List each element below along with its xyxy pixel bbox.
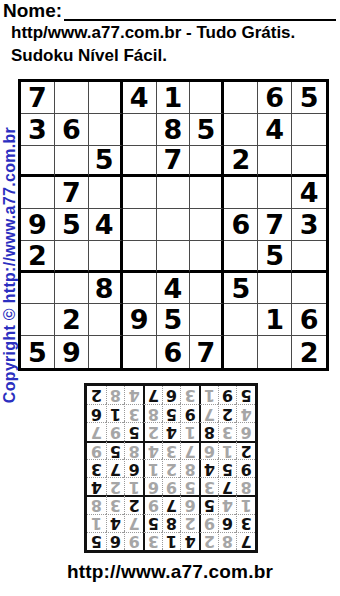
puzzle-cell-r1c4[interactable]: 4 xyxy=(123,82,157,114)
puzzle-cell-r2c7[interactable] xyxy=(224,114,258,146)
solution-cell-r9c8: 8 xyxy=(106,386,125,404)
solution-cell-r3c7: 2 xyxy=(124,495,143,513)
puzzle-cell-r2c1[interactable]: 3 xyxy=(21,114,55,146)
solution-cell-r8c6: 8 xyxy=(143,404,162,422)
puzzle-cell-r5c1[interactable]: 9 xyxy=(21,209,55,241)
solution-cell-r2c4: 2 xyxy=(180,514,199,532)
puzzle-cell-r6c9[interactable] xyxy=(292,241,326,273)
solution-cell-r1c5: 1 xyxy=(162,532,181,550)
solution-cell-r4c8: 2 xyxy=(106,477,125,495)
puzzle-cell-r1c5[interactable]: 1 xyxy=(157,82,191,114)
puzzle-cell-r7c5[interactable]: 4 xyxy=(157,273,191,305)
solution-cell-r7c9: 7 xyxy=(87,422,106,440)
solution-cell-r6c3: 6 xyxy=(199,441,218,459)
puzzle-cell-r9c1[interactable]: 5 xyxy=(21,336,55,368)
puzzle-cell-r3c8[interactable] xyxy=(258,146,292,178)
solution-cell-r2c9: 1 xyxy=(87,514,106,532)
puzzle-cell-r3c4[interactable] xyxy=(123,146,157,178)
solution-cell-r4c2: 7 xyxy=(218,477,237,495)
puzzle-cell-r2c9[interactable] xyxy=(292,114,326,146)
solution-cell-r7c3: 8 xyxy=(199,422,218,440)
puzzle-cell-r1c1[interactable]: 7 xyxy=(21,82,55,114)
footer-url: http://www.a77.com.br xyxy=(0,561,340,583)
solution-cell-r6c4: 7 xyxy=(180,441,199,459)
puzzle-cell-r1c8[interactable]: 6 xyxy=(258,82,292,114)
puzzle-cell-r2c6[interactable]: 5 xyxy=(190,114,224,146)
solution-cell-r3c4: 6 xyxy=(180,495,199,513)
solution-cell-r5c1: 9 xyxy=(236,459,255,477)
puzzle-cell-r7c1[interactable] xyxy=(21,273,55,305)
puzzle-cell-r5c5[interactable] xyxy=(157,209,191,241)
puzzle-cell-r8c6[interactable] xyxy=(190,304,224,336)
solution-cell-r5c4: 8 xyxy=(180,459,199,477)
puzzle-cell-r2c4[interactable] xyxy=(123,114,157,146)
puzzle-cell-r5c7[interactable]: 6 xyxy=(224,209,258,241)
solution-cell-r3c6: 9 xyxy=(143,495,162,513)
solution-cell-r1c4: 4 xyxy=(180,532,199,550)
solution-cell-r5c2: 5 xyxy=(218,459,237,477)
puzzle-cell-r6c5[interactable] xyxy=(157,241,191,273)
solution-cell-r9c1: 5 xyxy=(236,386,255,404)
puzzle-cell-r8c1[interactable] xyxy=(21,304,55,336)
puzzle-cell-r8c4[interactable]: 9 xyxy=(123,304,157,336)
puzzle-cell-r9c5[interactable]: 6 xyxy=(157,336,191,368)
name-fill-in-line xyxy=(64,2,336,21)
solution-cell-r8c3: 7 xyxy=(199,404,218,422)
puzzle-cell-r5c2[interactable]: 5 xyxy=(55,209,89,241)
puzzle-cell-r6c2[interactable] xyxy=(55,241,89,273)
solution-cell-r8c4: 9 xyxy=(180,404,199,422)
puzzle-cell-r3c6[interactable] xyxy=(190,146,224,178)
puzzle-cell-r1c9[interactable]: 5 xyxy=(292,82,326,114)
puzzle-cell-r5c8[interactable]: 7 xyxy=(258,209,292,241)
solution-cell-r9c2: 9 xyxy=(218,386,237,404)
sudoku-solution-grid-inverted: 7824139653692857411456792388735961249548… xyxy=(84,383,258,553)
puzzle-cell-r1c3[interactable] xyxy=(89,82,123,114)
puzzle-cell-r8c8[interactable]: 1 xyxy=(258,304,292,336)
solution-cell-r3c3: 5 xyxy=(199,495,218,513)
solution-cell-r1c8: 6 xyxy=(106,532,125,550)
site-header-url: http/www.a77.com.br - Tudo Grátis. xyxy=(11,23,295,43)
puzzle-cell-r7c3[interactable]: 8 xyxy=(89,273,123,305)
puzzle-cell-r4c2[interactable]: 7 xyxy=(55,177,89,209)
puzzle-cell-r9c4[interactable] xyxy=(123,336,157,368)
solution-cell-r4c4: 5 xyxy=(180,477,199,495)
puzzle-cell-r4c6[interactable] xyxy=(190,177,224,209)
puzzle-cell-r6c8[interactable]: 5 xyxy=(258,241,292,273)
solution-cell-r3c5: 7 xyxy=(162,495,181,513)
solution-cell-r2c7: 7 xyxy=(124,514,143,532)
name-row: Nome: xyxy=(3,0,336,21)
solution-cell-r4c9: 4 xyxy=(87,477,106,495)
puzzle-cell-r8c9[interactable]: 6 xyxy=(292,304,326,336)
puzzle-cell-r8c7[interactable] xyxy=(224,304,258,336)
puzzle-cell-r2c8[interactable]: 4 xyxy=(258,114,292,146)
solution-cell-r5c7: 6 xyxy=(124,459,143,477)
solution-cell-r9c4: 3 xyxy=(180,386,199,404)
solution-cell-r4c5: 9 xyxy=(162,477,181,495)
solution-cell-r1c6: 3 xyxy=(143,532,162,550)
solution-cell-r3c1: 1 xyxy=(236,495,255,513)
solution-cell-r1c1: 7 xyxy=(236,532,255,550)
puzzle-cell-r2c3[interactable] xyxy=(89,114,123,146)
puzzle-cell-r3c2[interactable] xyxy=(55,146,89,178)
solution-cell-r2c8: 4 xyxy=(106,514,125,532)
solution-cell-r1c2: 8 xyxy=(218,532,237,550)
puzzle-cell-r7c8[interactable] xyxy=(258,273,292,305)
puzzle-cell-r9c2[interactable]: 9 xyxy=(55,336,89,368)
solution-cell-r9c5: 6 xyxy=(162,386,181,404)
puzzle-cell-r1c7[interactable] xyxy=(224,82,258,114)
puzzle-cell-r6c1[interactable]: 2 xyxy=(21,241,55,273)
puzzle-cell-r3c1[interactable] xyxy=(21,146,55,178)
puzzle-level-title: Sudoku Nível Fácil. xyxy=(11,46,167,66)
solution-cell-r4c7: 1 xyxy=(124,477,143,495)
puzzle-cell-r6c4[interactable] xyxy=(123,241,157,273)
puzzle-cell-r5c6[interactable] xyxy=(190,209,224,241)
solution-cell-r5c8: 7 xyxy=(106,459,125,477)
puzzle-cell-r9c3[interactable] xyxy=(89,336,123,368)
solution-cell-r7c5: 4 xyxy=(162,422,181,440)
puzzle-cell-r9c6[interactable]: 7 xyxy=(190,336,224,368)
puzzle-cell-r8c5[interactable]: 5 xyxy=(157,304,191,336)
solution-cell-r6c2: 1 xyxy=(218,441,237,459)
puzzle-cell-r4c8[interactable] xyxy=(258,177,292,209)
solution-cell-r8c9: 6 xyxy=(87,404,106,422)
solution-cell-r7c6: 2 xyxy=(143,422,162,440)
solution-cell-r3c9: 8 xyxy=(87,495,106,513)
solution-cell-r8c7: 3 xyxy=(124,404,143,422)
puzzle-cell-r7c4[interactable] xyxy=(123,273,157,305)
puzzle-cell-r5c4[interactable] xyxy=(123,209,157,241)
sudoku-puzzle-grid: 741653685457274954673258452951659672 xyxy=(18,79,329,371)
solution-cell-r4c6: 6 xyxy=(143,477,162,495)
solution-cell-r4c1: 8 xyxy=(236,477,255,495)
puzzle-cell-r4c4[interactable] xyxy=(123,177,157,209)
solution-cell-r1c9: 5 xyxy=(87,532,106,550)
solution-cell-r6c8: 5 xyxy=(106,441,125,459)
solution-cell-r5c5: 2 xyxy=(162,459,181,477)
name-label: Nome: xyxy=(3,0,62,21)
puzzle-cell-r9c7[interactable] xyxy=(224,336,258,368)
puzzle-cell-r1c2[interactable] xyxy=(55,82,89,114)
solution-cell-r7c2: 3 xyxy=(218,422,237,440)
solution-cell-r1c3: 2 xyxy=(199,532,218,550)
solution-cell-r4c3: 3 xyxy=(199,477,218,495)
solution-cell-r2c3: 9 xyxy=(199,514,218,532)
solution-cell-r8c1: 4 xyxy=(236,404,255,422)
puzzle-cell-r9c9[interactable]: 2 xyxy=(292,336,326,368)
solution-cell-r7c1: 6 xyxy=(236,422,255,440)
solution-cell-r5c3: 4 xyxy=(199,459,218,477)
puzzle-cell-r3c9[interactable] xyxy=(292,146,326,178)
puzzle-cell-r4c3[interactable] xyxy=(89,177,123,209)
puzzle-cell-r6c6[interactable] xyxy=(190,241,224,273)
solution-cell-r2c5: 8 xyxy=(162,514,181,532)
solution-cell-r2c2: 6 xyxy=(218,514,237,532)
solution-cell-r8c8: 1 xyxy=(106,404,125,422)
puzzle-cell-r5c9[interactable]: 3 xyxy=(292,209,326,241)
puzzle-cell-r9c8[interactable] xyxy=(258,336,292,368)
solution-cell-r5c9: 3 xyxy=(87,459,106,477)
puzzle-cell-r3c3[interactable]: 5 xyxy=(89,146,123,178)
vertical-copyright-text: Copyright © http://www.a77.com.br xyxy=(1,95,19,435)
puzzle-cell-r8c2[interactable]: 2 xyxy=(55,304,89,336)
puzzle-cell-r4c1[interactable] xyxy=(21,177,55,209)
solution-cell-r7c8: 9 xyxy=(106,422,125,440)
puzzle-cell-r7c9[interactable] xyxy=(292,273,326,305)
solution-cell-r7c7: 5 xyxy=(124,422,143,440)
solution-cell-r6c9: 9 xyxy=(87,441,106,459)
solution-cell-r8c2: 2 xyxy=(218,404,237,422)
puzzle-cell-r5c3[interactable]: 4 xyxy=(89,209,123,241)
puzzle-cell-r7c2[interactable] xyxy=(55,273,89,305)
solution-cell-r2c1: 3 xyxy=(236,514,255,532)
solution-cell-r9c9: 2 xyxy=(87,386,106,404)
puzzle-cell-r3c5[interactable]: 7 xyxy=(157,146,191,178)
solution-cell-r1c7: 9 xyxy=(124,532,143,550)
solution-cell-r6c1: 2 xyxy=(236,441,255,459)
puzzle-cell-r2c2[interactable]: 6 xyxy=(55,114,89,146)
solution-cell-r8c5: 5 xyxy=(162,404,181,422)
puzzle-cell-r1c6[interactable] xyxy=(190,82,224,114)
puzzle-cell-r8c3[interactable] xyxy=(89,304,123,336)
solution-cell-r7c4: 1 xyxy=(180,422,199,440)
solution-cell-r6c5: 3 xyxy=(162,441,181,459)
solution-cell-r6c7: 8 xyxy=(124,441,143,459)
puzzle-cell-r7c6[interactable] xyxy=(190,273,224,305)
solution-cell-r2c6: 5 xyxy=(143,514,162,532)
solution-cell-r5c6: 1 xyxy=(143,459,162,477)
solution-cell-r9c7: 4 xyxy=(124,386,143,404)
solution-cell-r3c8: 3 xyxy=(106,495,125,513)
puzzle-cell-r6c7[interactable] xyxy=(224,241,258,273)
puzzle-cell-r4c9[interactable]: 4 xyxy=(292,177,326,209)
puzzle-cell-r3c7[interactable]: 2 xyxy=(224,146,258,178)
puzzle-cell-r2c5[interactable]: 8 xyxy=(157,114,191,146)
puzzle-cell-r4c7[interactable] xyxy=(224,177,258,209)
solution-cell-r9c3: 1 xyxy=(199,386,218,404)
solution-cell-r6c6: 4 xyxy=(143,441,162,459)
puzzle-cell-r7c7[interactable]: 5 xyxy=(224,273,258,305)
puzzle-cell-r6c3[interactable] xyxy=(89,241,123,273)
puzzle-cell-r4c5[interactable] xyxy=(157,177,191,209)
solution-cell-r9c6: 7 xyxy=(143,386,162,404)
solution-cell-r3c2: 4 xyxy=(218,495,237,513)
